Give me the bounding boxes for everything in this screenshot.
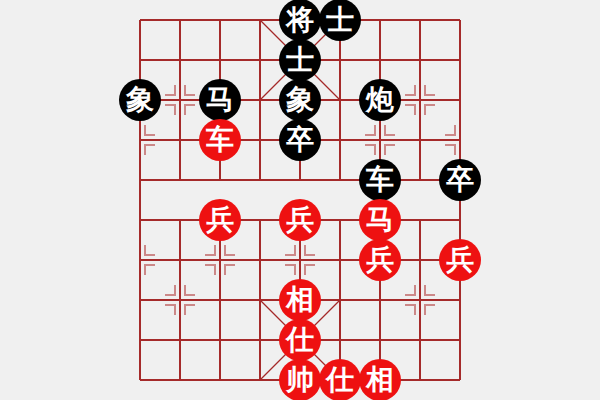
piece-black-advisor-2[interactable]: 士 <box>279 39 321 81</box>
piece-black-soldier-1[interactable]: 卒 <box>279 119 321 161</box>
piece-red-elephant-1[interactable]: 相 <box>279 279 321 321</box>
piece-black-advisor-1[interactable]: 士 <box>319 0 361 41</box>
piece-red-soldier-1[interactable]: 兵 <box>199 199 241 241</box>
piece-black-horse[interactable]: 马 <box>199 79 241 121</box>
piece-red-general[interactable]: 帅 <box>279 359 321 400</box>
piece-black-soldier-2[interactable]: 卒 <box>439 159 481 201</box>
piece-red-chariot[interactable]: 车 <box>199 119 241 161</box>
piece-red-advisor-1[interactable]: 仕 <box>279 319 321 361</box>
piece-black-elephant-1[interactable]: 象 <box>119 79 161 121</box>
piece-red-soldier-4[interactable]: 兵 <box>439 239 481 281</box>
pieces-layer: 将士士象马象炮卒车卒车兵兵马兵兵相仕帅仕相 <box>120 0 480 400</box>
piece-red-soldier-2[interactable]: 兵 <box>279 199 321 241</box>
piece-black-general[interactable]: 将 <box>279 0 321 41</box>
piece-red-soldier-3[interactable]: 兵 <box>359 239 401 281</box>
piece-red-advisor-2[interactable]: 仕 <box>319 359 361 400</box>
piece-red-horse[interactable]: 马 <box>359 199 401 241</box>
xiangqi-diagram: 将士士象马象炮卒车卒车兵兵马兵兵相仕帅仕相 <box>0 0 600 400</box>
piece-black-cannon[interactable]: 炮 <box>359 79 401 121</box>
piece-black-chariot[interactable]: 车 <box>359 159 401 201</box>
piece-black-elephant-2[interactable]: 象 <box>279 79 321 121</box>
piece-red-elephant-2[interactable]: 相 <box>359 359 401 400</box>
